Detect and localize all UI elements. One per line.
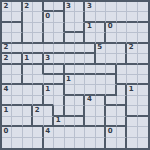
cell-r11c10-room-E[interactable] (106, 117, 116, 127)
cell-r3c0-room-g[interactable] (2, 33, 12, 43)
cell-r9c12-room-z[interactable] (127, 96, 137, 106)
cell-r0c9-room-e[interactable] (96, 2, 106, 12)
cell-r6c11-room-u[interactable] (117, 65, 127, 75)
cell-r6c9-room-t[interactable] (96, 65, 106, 75)
cell-r10c12-room-z[interactable] (127, 106, 137, 116)
cell-r5c4-room-p[interactable]: 3 (44, 54, 54, 64)
cell-r8c0-room-w[interactable]: 4 (2, 85, 12, 95)
cell-r2c12-room-i[interactable] (127, 23, 137, 33)
cell-r12c12-room-J[interactable] (127, 127, 137, 137)
cell-r3c12-room-i[interactable] (127, 33, 137, 43)
cell-r6c7-room-t[interactable] (75, 65, 85, 75)
cell-r10c9-room-A[interactable] (96, 106, 106, 116)
cell-r6c10-room-t[interactable] (106, 65, 116, 75)
cell-r12c0-room-G[interactable]: 0 (2, 127, 12, 137)
cell-r9c3-room-w[interactable] (33, 96, 43, 106)
room-clue-F: 1 (56, 116, 61, 125)
cell-r12c5-room-H[interactable] (54, 127, 64, 137)
cell-r12c3-room-G[interactable] (33, 127, 43, 137)
cell-r13c11-room-I[interactable] (117, 138, 127, 148)
room-clue-l: 5 (97, 43, 102, 52)
cell-r12c11-room-I[interactable] (117, 127, 127, 137)
cell-r11c0-room-C[interactable] (2, 117, 12, 127)
room-clue-p: 3 (45, 54, 50, 63)
cell-r2c5-room-f[interactable] (54, 23, 64, 33)
cell-r3c13-room-i[interactable] (138, 33, 148, 43)
room-clue-z: 1 (129, 85, 134, 94)
room-clue-w: 4 (4, 85, 9, 94)
cell-r13c4-room-H[interactable] (44, 138, 54, 148)
cell-r1c2-room-b[interactable] (23, 12, 33, 22)
puzzle-grid: 223301025221314114121040 (2, 2, 148, 148)
cell-r7c8-room-v[interactable] (85, 75, 95, 85)
cell-r12c4-room-H[interactable]: 4 (44, 127, 54, 137)
cell-r9c13-room-z[interactable] (138, 96, 148, 106)
cell-r3c11-room-i[interactable] (117, 33, 127, 43)
cell-r2c11-room-i[interactable] (117, 23, 127, 33)
cell-r8c9-room-v[interactable] (96, 85, 106, 95)
cell-r11c9-room-A[interactable] (96, 117, 106, 127)
cell-r8c1-room-w[interactable] (12, 85, 22, 95)
cell-r11c2-room-C[interactable] (23, 117, 33, 127)
cell-r3c8-room-h[interactable] (85, 33, 95, 43)
room-clue-h: 1 (87, 22, 92, 31)
cell-r5c13-room-m[interactable] (138, 54, 148, 64)
cell-r0c1-room-a[interactable] (12, 2, 22, 12)
cell-r13c10-room-I[interactable] (106, 138, 116, 148)
cell-r6c12-room-u[interactable] (127, 65, 137, 75)
cell-r0c4-room-c[interactable] (44, 2, 54, 12)
cell-r9c9-room-A[interactable] (96, 96, 106, 106)
cell-r3c6-room-j[interactable] (65, 33, 75, 43)
room-clue-I: 0 (108, 127, 113, 136)
room-clue-G: 0 (4, 127, 9, 136)
cell-r5c0-room-n[interactable]: 2 (2, 54, 12, 64)
cell-r5c8-room-p[interactable] (85, 54, 95, 64)
cell-r0c5-room-c[interactable] (54, 2, 64, 12)
room-clue-e: 3 (87, 2, 92, 11)
cell-r6c8-room-t[interactable] (85, 65, 95, 75)
room-clue-f: 0 (45, 12, 50, 21)
cell-r5c5-room-p[interactable] (54, 54, 64, 64)
cell-r8c12-room-z[interactable]: 1 (127, 85, 137, 95)
cell-r1c7-room-d[interactable] (75, 12, 85, 22)
cell-r3c5-room-f[interactable] (54, 33, 64, 43)
cell-r8c8-room-v[interactable] (85, 85, 95, 95)
cell-r4c6-room-k[interactable] (65, 44, 75, 54)
cell-r2c13-room-i[interactable] (138, 23, 148, 33)
cell-r2c6-room-d[interactable] (65, 23, 75, 33)
cell-r10c1-room-C[interactable] (12, 106, 22, 116)
cell-r2c1-room-g[interactable] (12, 23, 22, 33)
cell-r8c4-room-x[interactable]: 1 (44, 85, 54, 95)
cell-r9c2-room-w[interactable] (23, 96, 33, 106)
room-clue-H: 4 (45, 127, 50, 136)
cell-r10c7-room-B[interactable] (75, 106, 85, 116)
cell-r2c4-room-f[interactable] (44, 23, 54, 33)
cell-r1c3-room-b[interactable] (33, 12, 43, 22)
cell-r5c2-room-o[interactable]: 1 (23, 54, 33, 64)
room-clue-o: 1 (24, 54, 29, 63)
cell-r13c13-room-J[interactable] (138, 138, 148, 148)
cell-r11c3-room-D[interactable] (33, 117, 43, 127)
cell-r6c2-room-r[interactable] (23, 65, 33, 75)
cell-r7c2-room-r[interactable] (23, 75, 33, 85)
cell-r6c6-room-t[interactable] (65, 65, 75, 75)
cell-r2c7-room-d[interactable] (75, 23, 85, 33)
cell-r13c9-room-H[interactable] (96, 138, 106, 148)
cell-r2c2-room-b[interactable] (23, 23, 33, 33)
cell-r7c1-room-q[interactable] (12, 75, 22, 85)
cell-r7c13-room-u[interactable] (138, 75, 148, 85)
cell-r1c11-room-e[interactable] (117, 12, 127, 22)
cell-r4c7-room-k[interactable] (75, 44, 85, 54)
cell-r8c7-room-v[interactable] (75, 85, 85, 95)
cell-r8c6-room-v[interactable] (65, 85, 75, 95)
cell-r3c2-room-b[interactable] (23, 33, 33, 43)
cell-r13c6-room-H[interactable] (65, 138, 75, 148)
cell-r11c7-room-F[interactable] (75, 117, 85, 127)
cell-r11c12-room-J[interactable] (127, 117, 137, 127)
cell-r8c11-room-y[interactable] (117, 85, 127, 95)
room-clue-D: 2 (35, 106, 40, 115)
cell-r3c7-room-j[interactable] (75, 33, 85, 43)
cell-r7c6-room-v[interactable]: 1 (65, 75, 75, 85)
room-clue-n: 2 (4, 54, 9, 63)
cell-r11c5-room-F[interactable]: 1 (54, 117, 64, 127)
cell-r8c3-room-w[interactable] (33, 85, 43, 95)
cell-r10c4-room-D[interactable] (44, 106, 54, 116)
cell-r4c9-room-l[interactable]: 5 (96, 44, 106, 54)
cell-r10c8-room-A[interactable] (85, 106, 95, 116)
cell-r5c11-room-l[interactable] (117, 54, 127, 64)
cell-r5c1-room-n[interactable] (12, 54, 22, 64)
cell-r1c13-room-e[interactable] (138, 12, 148, 22)
cell-r9c5-room-x[interactable] (54, 96, 64, 106)
cell-r0c10-room-e[interactable] (106, 2, 116, 12)
cell-r1c5-room-f[interactable] (54, 12, 64, 22)
room-clue-A: 4 (87, 95, 92, 104)
cell-r9c8-room-A[interactable]: 4 (85, 96, 95, 106)
cell-r2c0-room-g[interactable] (2, 23, 12, 33)
cell-r8c13-room-z[interactable] (138, 85, 148, 95)
cell-r7c3-room-r[interactable] (33, 75, 43, 85)
cell-r5c10-room-l[interactable] (106, 54, 116, 64)
cell-r10c3-room-D[interactable]: 2 (33, 106, 43, 116)
cell-r13c8-room-H[interactable] (85, 138, 95, 148)
cell-r12c13-room-J[interactable] (138, 127, 148, 137)
cell-r7c10-room-v[interactable] (106, 75, 116, 85)
cell-r13c1-room-G[interactable] (12, 138, 22, 148)
cell-r1c8-room-e[interactable] (85, 12, 95, 22)
room-clue-a: 2 (4, 2, 9, 11)
cell-r4c4-room-k[interactable] (44, 44, 54, 54)
cell-r2c9-room-h[interactable] (96, 23, 106, 33)
cell-r6c5-room-s[interactable] (54, 65, 64, 75)
cell-r9c6-room-B[interactable] (65, 96, 75, 106)
cell-r11c8-room-A[interactable] (85, 117, 95, 127)
cell-r9c1-room-w[interactable] (12, 96, 22, 106)
cell-r6c4-room-s[interactable] (44, 65, 54, 75)
cell-r7c0-room-q[interactable] (2, 75, 12, 85)
cell-r13c2-room-G[interactable] (23, 138, 33, 148)
cell-r3c1-room-g[interactable] (12, 33, 22, 43)
cell-r5c9-room-l[interactable] (96, 54, 106, 64)
cell-r0c0-room-a[interactable]: 2 (2, 2, 12, 12)
cell-r1c10-room-e[interactable] (106, 12, 116, 22)
cell-r1c6-room-d[interactable] (65, 12, 75, 22)
cell-r1c0-room-a[interactable] (2, 12, 12, 22)
cell-r6c1-room-q[interactable] (12, 65, 22, 75)
cell-r4c13-room-m[interactable] (138, 44, 148, 54)
cell-r0c2-room-b[interactable]: 2 (23, 2, 33, 12)
cell-r13c7-room-H[interactable] (75, 138, 85, 148)
cell-r9c0-room-w[interactable] (2, 96, 12, 106)
cell-r11c4-room-D[interactable] (44, 117, 54, 127)
room-clue-C: 1 (4, 106, 9, 115)
cell-r11c11-room-E[interactable] (117, 117, 127, 127)
cell-r13c3-room-G[interactable] (33, 138, 43, 148)
room-clue-b: 2 (24, 2, 29, 11)
cell-r7c9-room-v[interactable] (96, 75, 106, 85)
cell-r12c10-room-I[interactable]: 0 (106, 127, 116, 137)
cell-r3c4-room-f[interactable] (44, 33, 54, 43)
cell-r2c8-room-h[interactable]: 1 (85, 23, 95, 33)
cell-r4c10-room-l[interactable] (106, 44, 116, 54)
cell-r10c5-room-x[interactable] (54, 106, 64, 116)
cell-r12c7-room-H[interactable] (75, 127, 85, 137)
cell-r1c4-room-f[interactable]: 0 (44, 12, 54, 22)
cell-r4c2-room-k[interactable] (23, 44, 33, 54)
cell-r4c12-room-m[interactable]: 2 (127, 44, 137, 54)
cell-r10c10-room-E[interactable] (106, 106, 116, 116)
cell-r12c6-room-H[interactable] (65, 127, 75, 137)
room-clue-d: 3 (66, 2, 71, 11)
cell-r0c13-room-e[interactable] (138, 2, 148, 12)
cell-r4c3-room-k[interactable] (33, 44, 43, 54)
cell-r3c10-room-i[interactable] (106, 33, 116, 43)
room-clue-i: 0 (108, 22, 113, 31)
cell-r7c4-room-r[interactable] (44, 75, 54, 85)
cell-r9c10-room-y[interactable] (106, 96, 116, 106)
cell-r1c9-room-e[interactable] (96, 12, 106, 22)
cell-r13c0-room-G[interactable] (2, 138, 12, 148)
cell-r1c1-room-a[interactable] (12, 12, 22, 22)
room-clue-k: 2 (4, 43, 9, 52)
cell-r4c8-room-k[interactable] (85, 44, 95, 54)
cell-r8c2-room-w[interactable] (23, 85, 33, 95)
cell-r10c2-room-C[interactable] (23, 106, 33, 116)
cell-r13c12-room-J[interactable] (127, 138, 137, 148)
cell-r7c5-room-r[interactable] (54, 75, 64, 85)
cell-r12c8-room-H[interactable] (85, 127, 95, 137)
cell-r9c7-room-B[interactable] (75, 96, 85, 106)
cell-r4c0-room-k[interactable]: 2 (2, 44, 12, 54)
cell-r8c5-room-x[interactable] (54, 85, 64, 95)
cell-r7c7-room-v[interactable] (75, 75, 85, 85)
cell-r12c2-room-G[interactable] (23, 127, 33, 137)
room-clue-v: 1 (66, 75, 71, 84)
cell-r0c12-room-e[interactable] (127, 2, 137, 12)
cell-r4c11-room-l[interactable] (117, 44, 127, 54)
cell-r10c13-room-z[interactable] (138, 106, 148, 116)
cell-r9c11-room-y[interactable] (117, 96, 127, 106)
cell-r6c0-room-q[interactable] (2, 65, 12, 75)
cell-r12c1-room-G[interactable] (12, 127, 22, 137)
cell-r0c11-room-e[interactable] (117, 2, 127, 12)
cell-r13c5-room-H[interactable] (54, 138, 64, 148)
room-clue-m: 2 (129, 43, 134, 52)
cell-r9c4-room-x[interactable] (44, 96, 54, 106)
cell-r12c9-room-H[interactable] (96, 127, 106, 137)
cell-r6c13-room-u[interactable] (138, 65, 148, 75)
cell-r10c6-room-B[interactable] (65, 106, 75, 116)
cell-r2c10-room-i[interactable]: 0 (106, 23, 116, 33)
cell-r10c11-room-E[interactable] (117, 106, 127, 116)
cell-r5c3-room-o[interactable] (33, 54, 43, 64)
cell-r11c1-room-C[interactable] (12, 117, 22, 127)
cell-r3c9-room-h[interactable] (96, 33, 106, 43)
cell-r5c12-room-m[interactable] (127, 54, 137, 64)
cell-r0c8-room-e[interactable]: 3 (85, 2, 95, 12)
cell-r2c3-room-b[interactable] (33, 23, 43, 33)
cell-r7c12-room-u[interactable] (127, 75, 137, 85)
cell-r11c13-room-J[interactable] (138, 117, 148, 127)
cell-r3c3-room-b[interactable] (33, 33, 43, 43)
cell-r4c5-room-k[interactable] (54, 44, 64, 54)
cell-r1c12-room-e[interactable] (127, 12, 137, 22)
cell-r11c6-room-F[interactable] (65, 117, 75, 127)
cell-r5c6-room-p[interactable] (65, 54, 75, 64)
cell-r0c3-room-b[interactable] (33, 2, 43, 12)
cell-r0c6-room-d[interactable]: 3 (65, 2, 75, 12)
cell-r4c1-room-k[interactable] (12, 44, 22, 54)
cell-r0c7-room-d[interactable] (75, 2, 85, 12)
cell-r7c11-room-u[interactable] (117, 75, 127, 85)
cell-r6c3-room-r[interactable] (33, 65, 43, 75)
aqre-puzzle-board: 223301025221314114121040 (0, 0, 150, 150)
cell-r5c7-room-p[interactable] (75, 54, 85, 64)
cell-r8c10-room-v[interactable] (106, 85, 116, 95)
cell-r10c0-room-C[interactable]: 1 (2, 106, 12, 116)
room-clue-x: 1 (45, 85, 50, 94)
